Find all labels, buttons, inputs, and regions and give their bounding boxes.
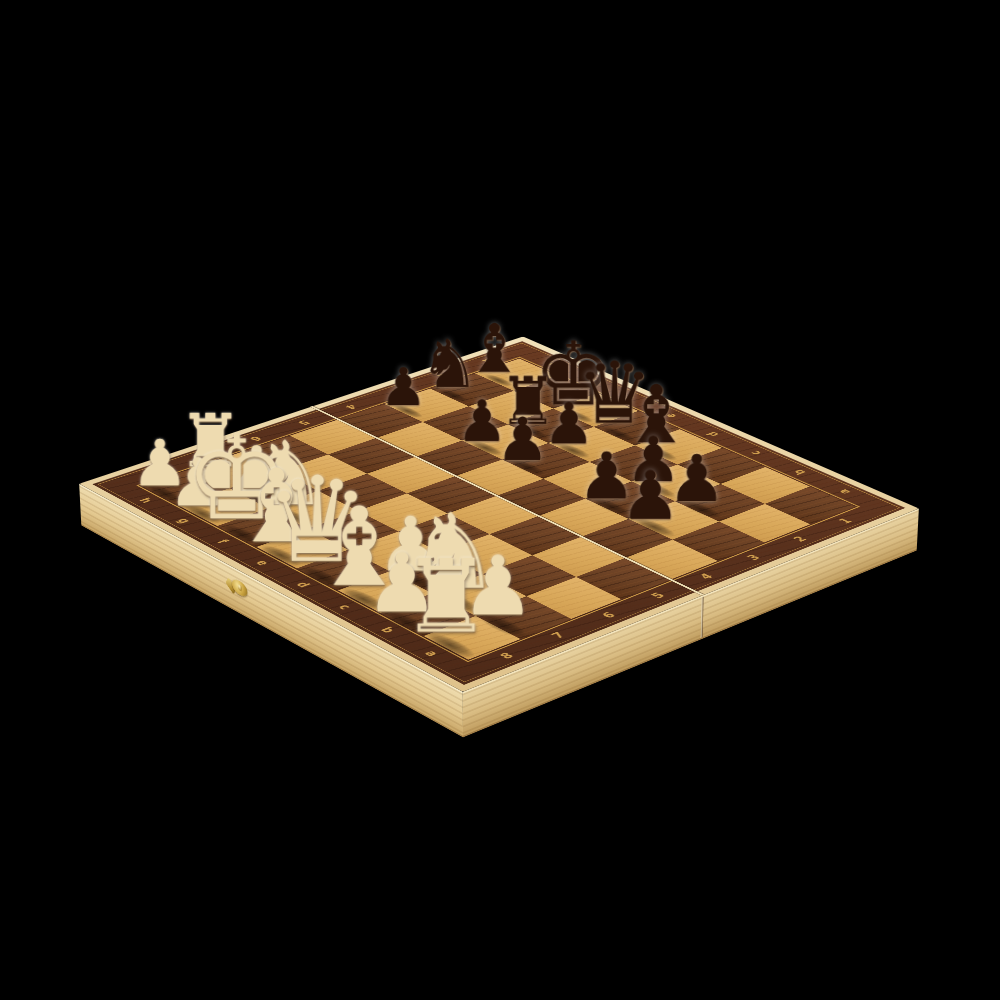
scene: hhggffeeddccbbaa1122334455667788 ♝♞♚♟♛♜♝… (0, 0, 1000, 1000)
product-photo-frame: hhggffeeddccbbaa1122334455667788 ♝♞♚♟♛♜♝… (0, 0, 1000, 1000)
pieces-layer: ♝♞♚♟♛♜♝♟♟♟♜♟♟♟♟♟♟♞♟♚♝♛♟♝♞♟♟♜ (79, 337, 919, 692)
light-rook-glyph: ♜ (345, 547, 547, 648)
dark-pawn-glyph: ♟ (556, 462, 746, 529)
folding-chessboard: hhggffeeddccbbaa1122334455667788 ♝♞♚♟♛♜♝… (79, 337, 919, 692)
fold-seam-side (701, 597, 704, 638)
